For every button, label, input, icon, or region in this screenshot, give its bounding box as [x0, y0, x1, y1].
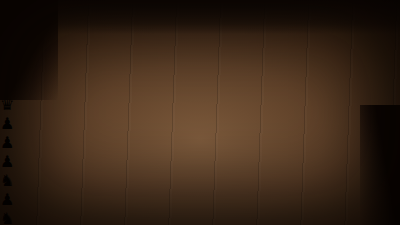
game-scene: ♜♜♚♟♟♛♟♟♟♞♟♞♟♟♟♟♟♟♟♟♜♞♝♚♝♞♜AABBCCDDEEFFG… — [0, 0, 400, 225]
vignette — [0, 0, 400, 225]
